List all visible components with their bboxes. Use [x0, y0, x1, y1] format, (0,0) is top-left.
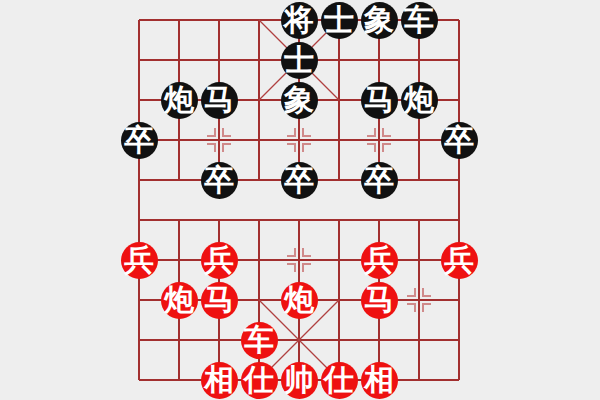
piece-black-elephant[interactable]: 象 — [281, 82, 318, 119]
piece-red-soldier[interactable]: 兵 — [361, 242, 398, 279]
piece-black-elephant[interactable]: 象 — [361, 2, 398, 39]
piece-red-elephant[interactable]: 相 — [361, 362, 398, 399]
piece-black-chariot[interactable]: 车 — [401, 2, 438, 39]
xiangqi-board[interactable]: 将士象车士炮马象马炮卒卒卒卒卒兵兵兵兵炮马炮马车相仕帅仕相 — [119, 0, 479, 400]
piece-red-soldier[interactable]: 兵 — [441, 242, 478, 279]
piece-black-soldier[interactable]: 卒 — [281, 162, 318, 199]
piece-red-advisor[interactable]: 仕 — [241, 362, 278, 399]
piece-black-cannon[interactable]: 炮 — [161, 82, 198, 119]
piece-black-horse[interactable]: 马 — [201, 82, 238, 119]
xiangqi-app: 将士象车士炮马象马炮卒卒卒卒卒兵兵兵兵炮马炮马车相仕帅仕相 — [0, 0, 600, 400]
piece-red-advisor[interactable]: 仕 — [321, 362, 358, 399]
piece-black-soldier[interactable]: 卒 — [361, 162, 398, 199]
piece-red-cannon[interactable]: 炮 — [161, 282, 198, 319]
piece-red-chariot[interactable]: 车 — [241, 322, 278, 359]
piece-red-elephant[interactable]: 相 — [201, 362, 238, 399]
piece-red-soldier[interactable]: 兵 — [201, 242, 238, 279]
piece-red-cannon[interactable]: 炮 — [281, 282, 318, 319]
piece-black-advisor[interactable]: 士 — [281, 42, 318, 79]
piece-black-general[interactable]: 将 — [281, 2, 318, 39]
piece-red-general[interactable]: 帅 — [281, 362, 318, 399]
piece-black-horse[interactable]: 马 — [361, 82, 398, 119]
piece-black-cannon[interactable]: 炮 — [401, 82, 438, 119]
piece-black-advisor[interactable]: 士 — [321, 2, 358, 39]
piece-red-horse[interactable]: 马 — [201, 282, 238, 319]
piece-black-soldier[interactable]: 卒 — [121, 122, 158, 159]
pieces-layer: 将士象车士炮马象马炮卒卒卒卒卒兵兵兵兵炮马炮马车相仕帅仕相 — [119, 0, 479, 400]
piece-black-soldier[interactable]: 卒 — [201, 162, 238, 199]
piece-red-soldier[interactable]: 兵 — [121, 242, 158, 279]
piece-black-soldier[interactable]: 卒 — [441, 122, 478, 159]
piece-red-horse[interactable]: 马 — [361, 282, 398, 319]
